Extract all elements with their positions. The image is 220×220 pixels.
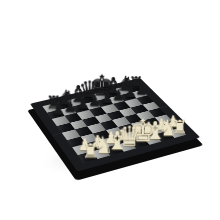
piece-black-p-a7: ♟ bbox=[40, 103, 76, 118]
piece-white-r-a1: ♜ bbox=[71, 141, 110, 161]
square-a7: ♟ bbox=[47, 110, 64, 120]
square-a1: ♜ bbox=[78, 151, 97, 162]
chess-set-photo-scene: ♜♞♝♛♚♝♞♜♟♟♟♟♟♟♟♟♟♟♟♟♟♟♟♟♜♞♝♛♚♝♞♜ bbox=[0, 0, 220, 220]
board-perspective-wrapper: ♜♞♝♛♚♝♞♜♟♟♟♟♟♟♟♟♟♟♟♟♟♟♟♟♜♞♝♛♚♝♞♜ bbox=[48, 56, 176, 184]
chess-board: ♜♞♝♛♚♝♞♜♟♟♟♟♟♟♟♟♟♟♟♟♟♟♟♟♜♞♝♛♚♝♞♜ bbox=[30, 78, 200, 172]
